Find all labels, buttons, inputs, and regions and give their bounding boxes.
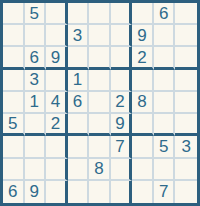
given-digit: 6 (8, 183, 17, 200)
given-digit: 5 (8, 115, 17, 132)
cell-r9-c2[interactable]: 9 (25, 181, 47, 203)
cell-r9-c9[interactable] (175, 181, 197, 203)
cell-r9-c4[interactable] (68, 181, 90, 203)
cell-r7-c5[interactable] (89, 136, 111, 158)
given-digit: 9 (115, 115, 124, 132)
cell-r2-c7[interactable]: 9 (132, 25, 154, 47)
cell-r4-c8[interactable] (154, 70, 176, 92)
cell-r1-c7[interactable] (132, 3, 154, 25)
cell-r3-c6[interactable] (111, 47, 133, 69)
cell-r8-c2[interactable] (25, 159, 47, 181)
cell-r8-c3[interactable] (46, 159, 68, 181)
cell-r3-c5[interactable] (89, 47, 111, 69)
cell-r6-c2[interactable] (25, 114, 47, 136)
cell-r6-c4[interactable] (68, 114, 90, 136)
given-digit: 5 (30, 5, 39, 22)
cell-r5-c3[interactable]: 4 (46, 92, 68, 114)
cell-r7-c8[interactable]: 5 (154, 136, 176, 158)
cell-r9-c5[interactable] (89, 181, 111, 203)
given-digit: 9 (30, 183, 39, 200)
cell-r3-c3[interactable]: 9 (46, 47, 68, 69)
given-digit: 6 (159, 5, 168, 22)
given-digit: 9 (137, 27, 146, 44)
cell-r4-c2[interactable]: 3 (25, 70, 47, 92)
given-digit: 2 (51, 115, 60, 132)
cell-r1-c3[interactable] (46, 3, 68, 25)
cell-r2-c9[interactable] (175, 25, 197, 47)
cell-r7-c2[interactable] (25, 136, 47, 158)
cell-r5-c1[interactable] (3, 92, 25, 114)
cell-r5-c7[interactable]: 8 (132, 92, 154, 114)
cell-r8-c4[interactable] (68, 159, 90, 181)
cell-r1-c8[interactable]: 6 (154, 3, 176, 25)
cell-r5-c9[interactable] (175, 92, 197, 114)
cell-r3-c7[interactable]: 2 (132, 47, 154, 69)
cell-r3-c4[interactable] (68, 47, 90, 69)
cell-r3-c8[interactable] (154, 47, 176, 69)
cell-r1-c6[interactable] (111, 3, 133, 25)
cell-r2-c4[interactable]: 3 (68, 25, 90, 47)
cell-r7-c9[interactable]: 3 (175, 136, 197, 158)
given-digit: 6 (73, 93, 82, 110)
cell-r4-c6[interactable] (111, 70, 133, 92)
cell-r3-c2[interactable]: 6 (25, 47, 47, 69)
given-digit: 2 (137, 49, 146, 66)
cell-r1-c2[interactable]: 5 (25, 3, 47, 25)
cell-r2-c3[interactable] (46, 25, 68, 47)
cell-r6-c3[interactable]: 2 (46, 114, 68, 136)
cell-r4-c4[interactable]: 1 (68, 70, 90, 92)
given-digit: 8 (137, 93, 146, 110)
given-digit: 3 (181, 138, 190, 155)
given-digit: 7 (115, 138, 124, 155)
cell-r5-c5[interactable] (89, 92, 111, 114)
cell-r4-c5[interactable] (89, 70, 111, 92)
cell-r2-c8[interactable] (154, 25, 176, 47)
cell-r4-c9[interactable] (175, 70, 197, 92)
given-digit: 9 (51, 49, 60, 66)
given-digit: 3 (30, 71, 39, 88)
given-digit: 2 (115, 93, 124, 110)
cell-r7-c4[interactable] (68, 136, 90, 158)
cell-r9-c6[interactable] (111, 181, 133, 203)
sudoku-board: 563969231146285297538697 (0, 0, 200, 206)
cell-r8-c9[interactable] (175, 159, 197, 181)
cell-r4-c7[interactable] (132, 70, 154, 92)
cell-r3-c9[interactable] (175, 47, 197, 69)
cell-r1-c1[interactable] (3, 3, 25, 25)
cell-r2-c5[interactable] (89, 25, 111, 47)
given-digit: 4 (51, 93, 60, 110)
cell-r4-c1[interactable] (3, 70, 25, 92)
cell-r6-c8[interactable] (154, 114, 176, 136)
cell-r9-c1[interactable]: 6 (3, 181, 25, 203)
cell-r9-c7[interactable] (132, 181, 154, 203)
cell-r5-c2[interactable]: 1 (25, 92, 47, 114)
cell-r8-c7[interactable] (132, 159, 154, 181)
cell-r5-c4[interactable]: 6 (68, 92, 90, 114)
cell-r1-c5[interactable] (89, 3, 111, 25)
given-digit: 6 (30, 49, 39, 66)
given-digit: 5 (159, 138, 168, 155)
cell-r6-c9[interactable] (175, 114, 197, 136)
cell-r7-c7[interactable] (132, 136, 154, 158)
cell-r2-c1[interactable] (3, 25, 25, 47)
cell-r8-c8[interactable] (154, 159, 176, 181)
cell-r9-c3[interactable] (46, 181, 68, 203)
cell-r1-c9[interactable] (175, 3, 197, 25)
cell-r8-c5[interactable]: 8 (89, 159, 111, 181)
cell-r6-c7[interactable] (132, 114, 154, 136)
cell-r7-c1[interactable] (3, 136, 25, 158)
cell-r6-c1[interactable]: 5 (3, 114, 25, 136)
cell-r2-c2[interactable] (25, 25, 47, 47)
cell-r5-c8[interactable] (154, 92, 176, 114)
given-digit: 8 (94, 160, 103, 177)
given-digit: 7 (159, 183, 168, 200)
given-digit: 3 (73, 27, 82, 44)
cell-r3-c1[interactable] (3, 47, 25, 69)
cell-r8-c6[interactable] (111, 159, 133, 181)
cell-r1-c4[interactable] (68, 3, 90, 25)
given-digit: 1 (30, 93, 39, 110)
cell-r8-c1[interactable] (3, 159, 25, 181)
cell-r9-c8[interactable]: 7 (154, 181, 176, 203)
cell-r7-c3[interactable] (46, 136, 68, 158)
cell-r6-c6[interactable]: 9 (111, 114, 133, 136)
given-digit: 1 (73, 71, 82, 88)
cell-r2-c6[interactable] (111, 25, 133, 47)
cell-r4-c3[interactable] (46, 70, 68, 92)
cell-r6-c5[interactable] (89, 114, 111, 136)
cell-r5-c6[interactable]: 2 (111, 92, 133, 114)
cell-r7-c6[interactable]: 7 (111, 136, 133, 158)
